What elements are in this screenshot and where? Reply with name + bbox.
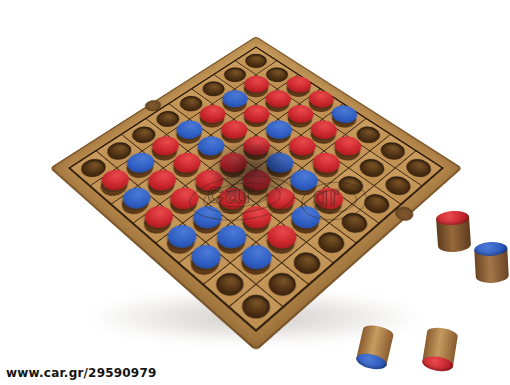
loose-peg-blue-standing[interactable] <box>474 241 509 284</box>
loose-peg-red-tilted[interactable] <box>421 319 459 373</box>
empty-hole <box>237 291 275 324</box>
loose-peg-red-standing[interactable] <box>436 210 472 253</box>
product-photo-scene: car gr www.car.gr/29590979 <box>0 0 510 385</box>
watermark-url: www.car.gr/29590979 <box>6 366 157 380</box>
